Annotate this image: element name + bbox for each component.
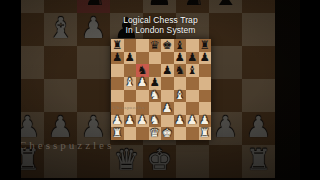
- piece-black-bishop-g6: ♝: [187, 64, 197, 76]
- square-e3: ♟: [161, 102, 174, 115]
- piece-white-rook-a1: ♜: [112, 127, 122, 138]
- square-d4: ♞: [149, 90, 162, 103]
- piece-white-pawn-c5: ♟: [137, 77, 147, 89]
- piece-white-queen-d1: ♛: [150, 127, 160, 138]
- background-watermark: Chesspuzzles: [21, 139, 114, 151]
- square-b1: [124, 127, 137, 140]
- square-e1: ♚: [161, 127, 174, 140]
- square-d1: ♛: [149, 127, 162, 140]
- square-d8: ♛: [149, 39, 162, 52]
- piece-black-pawn-a7: ♟: [112, 52, 122, 64]
- square-c5: ♟: [136, 77, 149, 90]
- square-f4: ♝: [174, 90, 187, 103]
- piece-white-pawn-e3: ♟: [162, 102, 172, 114]
- square-e8: ♚: [161, 39, 174, 52]
- piece-white-knight-d4: ♞: [150, 90, 160, 102]
- piece-black-knight-f6: ♞: [175, 64, 185, 76]
- square-b7: ♟: [124, 52, 137, 65]
- square-c2: ♟: [136, 115, 149, 128]
- square-f1: [174, 127, 187, 140]
- piece-black-pawn-e6: ♟: [162, 64, 172, 76]
- square-g4: [186, 90, 199, 103]
- square-c4: [136, 90, 149, 103]
- square-a6: [111, 64, 124, 77]
- square-h5: [199, 77, 212, 90]
- piece-white-pawn-g2: ♟: [187, 115, 197, 127]
- square-d7: [149, 52, 162, 65]
- piece-white-rook-h1: ♜: [200, 127, 210, 138]
- video-title: Logical Chess Trap In London System: [21, 15, 300, 35]
- square-g2: ♟: [186, 115, 199, 128]
- square-b4: [124, 90, 137, 103]
- square-e5: [161, 77, 174, 90]
- piece-white-king-e1: ♚: [162, 127, 172, 138]
- piece-black-pawn-b7: ♟: [125, 52, 135, 64]
- square-h7: ♟: [199, 52, 212, 65]
- square-a1: ♜: [111, 127, 124, 140]
- piece-white-pawn-b2: ♟: [125, 115, 135, 127]
- square-a7: ♟: [111, 52, 124, 65]
- piece-white-pawn-f2: ♟: [175, 115, 185, 127]
- square-f6: ♞: [174, 64, 187, 77]
- piece-white-bishop-f4: ♝: [175, 90, 185, 102]
- square-g6: ♝: [186, 64, 199, 77]
- square-b2: ♟: [124, 115, 137, 128]
- video-frame: ♜♛♚♝♜♟♟♟♟♟♞♟♞♝♝♟♟♞♝♟♟♟♟♞♟♟♟♜♛♚♜ Chesspuz…: [0, 0, 320, 180]
- piece-black-queen-d8: ♛: [150, 39, 160, 51]
- piece-white-bishop-b5: ♝: [125, 77, 135, 89]
- piece-black-pawn-h7: ♟: [200, 52, 210, 64]
- title-line-2: In London System: [21, 25, 300, 35]
- square-e6: ♟: [161, 64, 174, 77]
- square-a4: [111, 90, 124, 103]
- square-c8: [136, 39, 149, 52]
- square-g1: [186, 127, 199, 140]
- square-h1: ♜: [199, 127, 212, 140]
- square-h6: [199, 64, 212, 77]
- square-c1: [136, 127, 149, 140]
- piece-black-king-e8: ♚: [162, 39, 172, 51]
- title-line-1: Logical Chess Trap: [21, 15, 300, 25]
- square-h4: [199, 90, 212, 103]
- square-f2: ♟: [174, 115, 187, 128]
- square-b5: ♝: [124, 77, 137, 90]
- piece-white-pawn-c2: ♟: [137, 115, 147, 127]
- square-a5: [111, 77, 124, 90]
- chess-board: Chesspuzzles ♜♛♚♝♜♟♟♟♟♟♞♟♞♝♝♟♟♞♝♟♟♟♟♞♟♟♟…: [111, 39, 211, 140]
- square-g5: [186, 77, 199, 90]
